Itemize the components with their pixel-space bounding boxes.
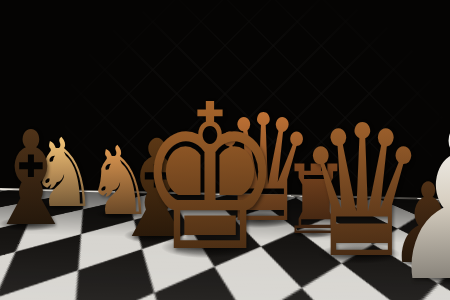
piece-white-pawn-h4: ♟ xyxy=(368,100,450,300)
white-pawn-glyph: ♟ xyxy=(386,100,450,300)
black-bishop-glyph: ♝ xyxy=(0,114,78,244)
black-king-glyph: ♚ xyxy=(138,78,282,279)
chess-photo-scene: ♞♞♛♝♜♝♚♛♟♟ xyxy=(0,0,450,300)
piece-black-bishop-a7: ♝ xyxy=(0,114,89,244)
pieces-layer: ♞♞♛♝♜♝♚♛♟♟ xyxy=(0,0,450,300)
piece-black-king-e6: ♚ xyxy=(120,78,301,279)
